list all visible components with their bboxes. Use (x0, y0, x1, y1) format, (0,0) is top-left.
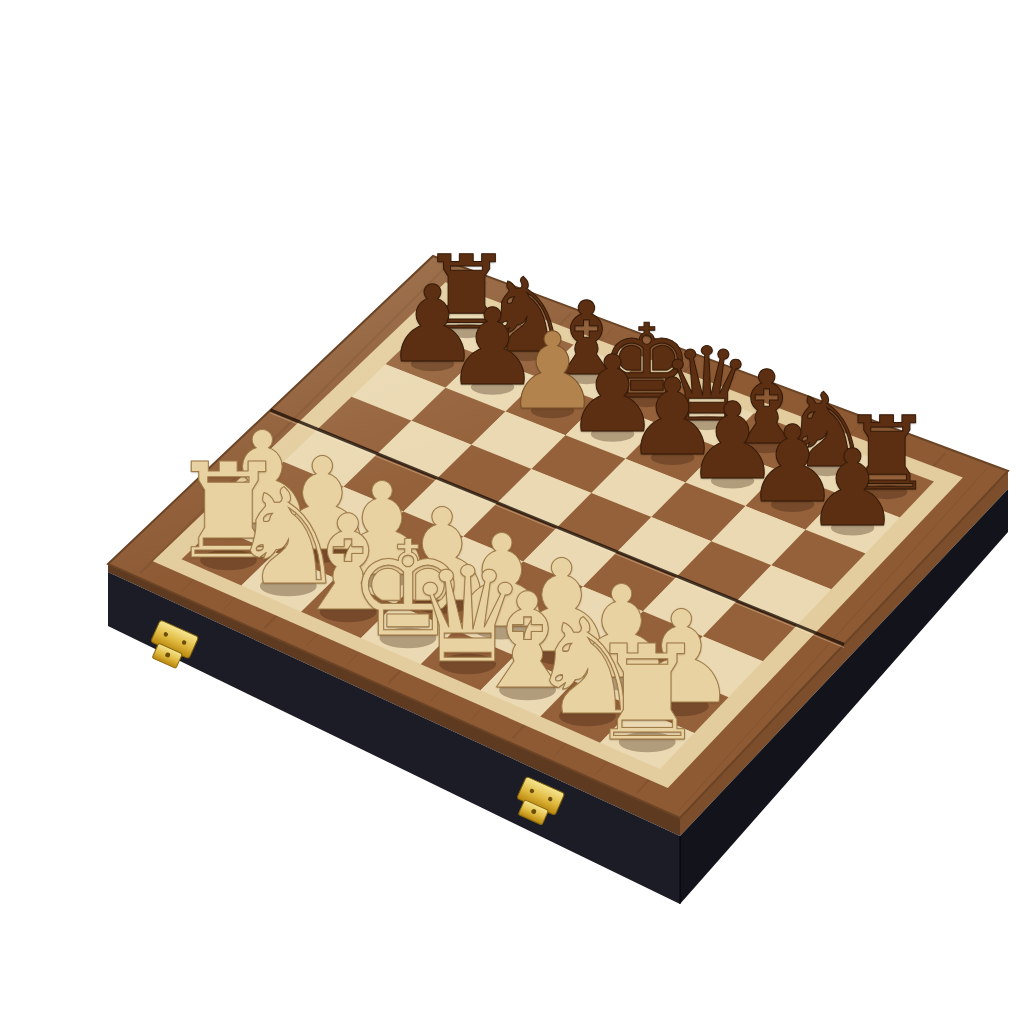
chess-set-photo: ♜♞♟♝♟♚♟♛♟♝♟♞♟♜♟♟♟♟♜♟♞♟♝♟♚♟♛♟♝♟♞♜ (40, 16, 1024, 1024)
chessboard (40, 16, 1024, 1024)
